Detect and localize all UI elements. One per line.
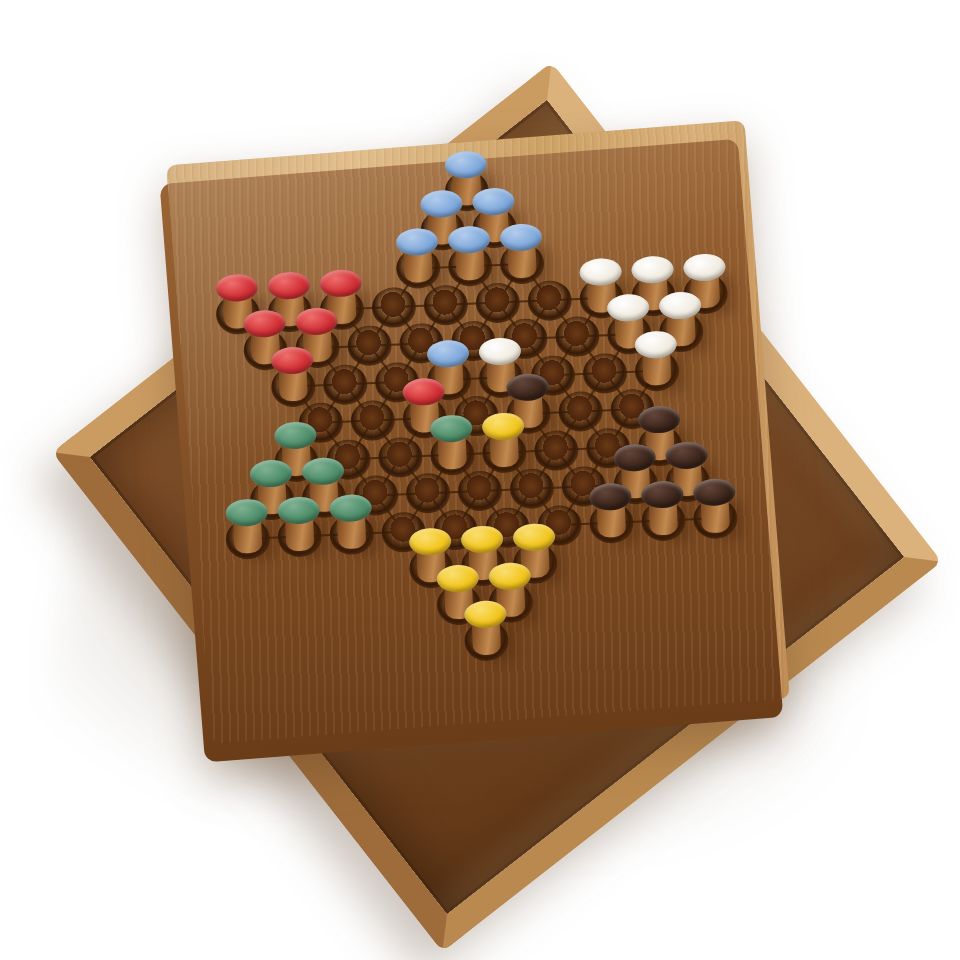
peg-cap-red bbox=[243, 309, 286, 338]
peg-yellow-r8-c5[interactable] bbox=[482, 412, 526, 472]
peg-cap-dark-brown bbox=[613, 443, 656, 472]
peg-cap-red bbox=[271, 346, 314, 375]
peg-cap-blue bbox=[426, 339, 469, 368]
peg-cap-yellow bbox=[409, 527, 452, 556]
peg-red-r6-c1[interactable] bbox=[271, 346, 315, 406]
peg-green-r10-c3[interactable] bbox=[329, 493, 373, 553]
peg-cap-yellow bbox=[488, 561, 531, 590]
peg-cap-dark-brown bbox=[693, 477, 736, 506]
peg-dark-brown-r10-c9[interactable] bbox=[641, 480, 685, 540]
peg-cap-red bbox=[295, 307, 338, 336]
peg-cap-dark-brown bbox=[506, 373, 549, 402]
peg-cap-red bbox=[402, 377, 445, 406]
peg-green-r10-c1[interactable] bbox=[225, 498, 269, 558]
peg-blue-r3-c2[interactable] bbox=[447, 225, 491, 285]
peg-cap-yellow bbox=[464, 600, 507, 629]
product-photo-scene bbox=[0, 0, 960, 960]
peg-cap-white bbox=[478, 337, 521, 366]
peg-dark-brown-r10-c10[interactable] bbox=[693, 477, 737, 537]
peg-cap-green bbox=[277, 496, 320, 525]
peg-cap-blue bbox=[420, 189, 463, 218]
peg-cap-dark-brown bbox=[665, 441, 708, 470]
peg-green-r10-c2[interactable] bbox=[277, 496, 321, 556]
board-lid bbox=[166, 120, 790, 744]
peg-cap-white bbox=[607, 293, 650, 322]
peg-cap-blue bbox=[447, 225, 490, 254]
peg-cap-green bbox=[430, 414, 473, 443]
peg-dark-brown-r10-c8[interactable] bbox=[589, 482, 633, 542]
peg-cap-blue bbox=[472, 187, 515, 216]
peg-cap-green bbox=[274, 421, 317, 450]
peg-cap-yellow bbox=[513, 523, 556, 552]
peg-cap-red bbox=[215, 273, 258, 302]
peg-cap-dark-brown bbox=[641, 480, 684, 509]
peg-cap-red bbox=[319, 268, 362, 297]
peg-blue-r3-c1[interactable] bbox=[396, 228, 440, 288]
peg-cap-red bbox=[267, 271, 310, 300]
peg-cap-blue bbox=[444, 150, 487, 179]
peg-cap-green bbox=[249, 459, 292, 488]
peg-cap-yellow bbox=[482, 412, 525, 441]
peg-cap-blue bbox=[396, 228, 439, 257]
peg-cap-dark-brown bbox=[589, 482, 632, 511]
peg-cap-white bbox=[579, 257, 622, 286]
peg-cap-dark-brown bbox=[637, 405, 680, 434]
peg-cap-yellow bbox=[436, 564, 479, 593]
peg-cap-green bbox=[301, 457, 344, 486]
peg-cap-green bbox=[329, 493, 372, 522]
peg-cap-white bbox=[634, 330, 677, 359]
peg-cap-green bbox=[225, 498, 268, 527]
peg-yellow-r13-c1[interactable] bbox=[464, 600, 508, 660]
peg-cap-yellow bbox=[461, 525, 504, 554]
peg-cap-white bbox=[659, 291, 702, 320]
peg-cap-blue bbox=[499, 223, 542, 252]
peg-cap-white bbox=[631, 255, 674, 284]
star-board bbox=[206, 155, 747, 677]
peg-green-r8-c4[interactable] bbox=[430, 414, 474, 474]
peg-cap-white bbox=[683, 253, 726, 282]
peg-white-r6-c8[interactable] bbox=[634, 330, 678, 390]
peg-blue-r3-c3[interactable] bbox=[499, 223, 543, 283]
